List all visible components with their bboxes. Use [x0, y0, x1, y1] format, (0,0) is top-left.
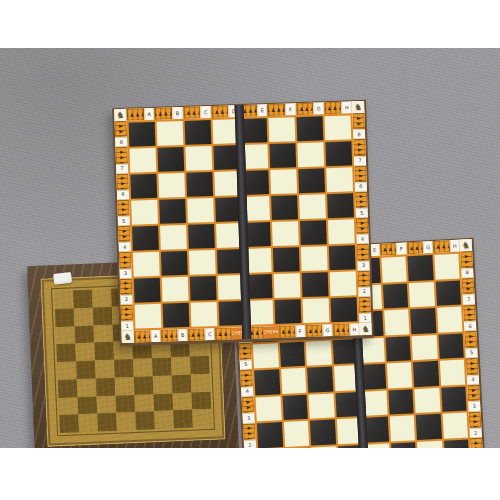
coordinate-cell: 1 — [121, 321, 133, 331]
coordinate-cell: G — [322, 324, 333, 336]
pawn-pattern-cell: ♟♟♟♟ — [188, 328, 205, 341]
corner-knight-icon: ♞ — [359, 323, 371, 335]
pawn-pattern-cell: ♟♟♟♟ — [161, 329, 178, 342]
board-square — [279, 341, 305, 367]
board-square — [191, 374, 211, 393]
pawn-icon-row: ♟♟♟♟ — [118, 121, 124, 138]
pawn-pattern-cell: ♟♟♟♟ — [469, 411, 482, 428]
coordinate-cell: 4 — [241, 386, 254, 397]
pawn-icon-row: ♟♟♟♟ — [211, 109, 229, 115]
coordinate-cell: 7 — [354, 155, 366, 165]
coordinate-cell: H — [349, 323, 360, 335]
pawn-icon-row: ♟♟♟♟ — [296, 106, 314, 112]
pawn-icon-row: ♟♟♟♟ — [471, 384, 477, 401]
board-square — [364, 443, 390, 448]
pawn-pattern-cell: ♟♟♟♟ — [242, 396, 255, 413]
corner-knight-icon: ♞ — [114, 109, 126, 121]
pawn-pattern-cell: ♟♟♟♟ — [118, 226, 131, 243]
pawn-pattern-cell: ♟♟♟♟ — [240, 370, 253, 387]
pawn-pattern-cell: ♟♟♟♟ — [357, 244, 370, 261]
pawn-icon-row: ♟♟♟♟ — [278, 329, 295, 335]
board-square — [285, 447, 311, 448]
pawn-icon-row: ♟♟♟♟ — [379, 246, 396, 252]
coordinate-cell: 3 — [119, 268, 131, 278]
pawn-icon-row: ♟♟♟♟ — [433, 243, 450, 249]
pawn-pattern-cell: ♟♟♟♟ — [359, 297, 372, 314]
board-square — [94, 342, 114, 361]
board-square — [172, 374, 192, 393]
chessboard-top-folding: ♞♟♟♟♟A♟♟♟♟B♟♟♟♟C♟♟♟♟D♟♟♟♟E♟♟♟♟F♟♟♟♟G♟♟♟♟… — [112, 100, 374, 346]
pawn-icon-row: ♟♟♟♟ — [121, 200, 127, 217]
coordinate-cell: F — [396, 242, 407, 255]
pawn-pattern-cell: ♟♟♟♟ — [119, 252, 132, 269]
board-square — [281, 368, 307, 394]
coordinate-cell: 2 — [244, 440, 257, 448]
pawn-pattern-cell: ♟♟♟♟ — [358, 270, 371, 287]
coordinate-cell: F — [295, 325, 306, 337]
pawn-pattern-cell: ♟♟♟♟ — [243, 423, 256, 440]
pawn-icon-row: ♟♟♟♟ — [359, 218, 365, 235]
board-square — [159, 199, 186, 224]
coordinate-cell: 3 — [357, 260, 369, 270]
coordinate-cell: 2 — [120, 295, 132, 305]
brand-cell: CHESS — [263, 326, 278, 338]
board-square — [134, 376, 154, 395]
board-square — [417, 440, 443, 448]
pawn-pattern-cell: ♟♟♟♟ — [433, 240, 450, 253]
board-square — [382, 283, 408, 309]
pawn-pattern-cell: ♟♟♟♟ — [296, 103, 314, 116]
pawn-icon-row: ♟♟♟♟ — [472, 411, 478, 428]
coordinate-cell: 8 — [353, 129, 365, 139]
board-square — [329, 245, 356, 270]
board-square — [131, 200, 158, 225]
pawn-pattern-cell: ♟♟♟♟ — [324, 102, 342, 115]
board-square — [152, 357, 172, 376]
pawn-icon-row: ♟♟♟♟ — [473, 438, 479, 448]
pawn-icon-row: ♟♟♟♟ — [357, 139, 363, 156]
board-square — [59, 397, 79, 416]
board-square — [301, 246, 328, 271]
coordinate-cell: 1 — [359, 313, 371, 323]
pawn-pattern-cell: ♟♟♟♟ — [355, 192, 368, 209]
pawn-pattern-cell: ♟♟♟♟ — [239, 343, 252, 360]
board-square — [135, 304, 162, 329]
board-square — [134, 394, 154, 413]
board-square — [331, 297, 358, 322]
corner-knight-icon: ♞ — [122, 331, 134, 343]
pawn-pattern-cell: ♟♟♟♟ — [115, 147, 128, 164]
board-square — [444, 439, 470, 448]
coordinate-cell: 2 — [469, 428, 482, 439]
pawn-icon-row: ♟♟♟♟ — [465, 278, 471, 295]
pawn-pattern-cell: ♟♟♟♟ — [117, 200, 130, 217]
pawn-pattern-cell: ♟♟♟♟ — [154, 107, 172, 120]
board-square — [97, 413, 117, 432]
board-square — [133, 252, 160, 277]
board-square — [134, 278, 161, 303]
board-square — [297, 116, 324, 141]
pawn-pattern-cell: ♟♟♟♟ — [353, 139, 366, 156]
board-square — [388, 389, 414, 415]
board-square — [189, 250, 216, 275]
board-square — [273, 247, 300, 272]
coordinate-cell: H — [341, 101, 352, 113]
board-square — [192, 409, 212, 428]
board-square — [132, 226, 159, 251]
board-square — [302, 272, 329, 297]
coordinate-cell: C — [200, 106, 211, 118]
carpet-background: ♞♟♟♟♟A♟♟♟♟B♟♟♟♟C♟♟♟♟D♟♟♟♟E♟♟♟♟F♟♟♟♟G♟♟♟♟… — [0, 48, 500, 448]
board-square — [57, 361, 77, 380]
pawn-icon-row: ♟♟♟♟ — [121, 226, 127, 243]
pawn-icon-row: ♟♟♟♟ — [123, 278, 129, 295]
pawn-pattern-cell: ♟♟♟♟ — [464, 331, 477, 348]
coordinate-cell: 7 — [116, 163, 128, 173]
coordinate-cell: 3 — [242, 413, 255, 424]
board-frame: ♞♟♟♟♟A♟♟♟♟B♟♟♟♟C♟♟♟♟D♟♟♟♟E♟♟♟♟F♟♟♟♟G♟♟♟♟… — [114, 101, 372, 343]
board-square — [96, 378, 116, 397]
pawn-pattern-cell: ♟♟♟♟ — [462, 278, 475, 295]
board-square — [97, 395, 117, 414]
board-square — [442, 412, 468, 438]
board-square — [269, 143, 296, 168]
pawn-icon-row: ♟♟♟♟ — [406, 245, 423, 251]
board-square — [326, 167, 353, 192]
pawn-pattern-cell: ♟♟♟♟ — [352, 113, 365, 130]
board-square — [115, 377, 135, 396]
pawn-icon-row: ♟♟♟♟ — [360, 244, 366, 261]
pawn-icon-row: ♟♟♟♟ — [243, 370, 249, 387]
board-square — [412, 334, 438, 360]
board-square — [162, 277, 189, 302]
pawn-pattern-cell: ♟♟♟♟ — [406, 241, 423, 254]
coordinate-cell: B — [177, 329, 188, 341]
board-square — [59, 415, 79, 434]
board-square — [172, 392, 192, 411]
board-square — [129, 122, 156, 147]
board-square — [171, 357, 191, 376]
board-square — [299, 194, 326, 219]
coordinate-cell: 5 — [240, 359, 253, 370]
coordinate-cell: B — [172, 107, 183, 119]
coordinate-cell: G — [423, 241, 434, 254]
board-square — [78, 414, 98, 433]
coordinate-cell: 5 — [118, 216, 130, 226]
pawn-pattern-cell: ♟♟♟♟ — [466, 358, 479, 375]
pawn-pattern-cell: ♟♟♟♟ — [215, 327, 232, 340]
coordinate-cell: 4 — [356, 234, 368, 244]
pawn-icon-row: ♟♟♟♟ — [466, 304, 472, 321]
board-square — [160, 225, 187, 250]
coordinate-cell: A — [150, 330, 161, 342]
coordinate-cell: A — [144, 108, 155, 120]
board-square — [158, 173, 185, 198]
board-square — [186, 172, 213, 197]
pawn-icon-row: ♟♟♟♟ — [356, 113, 362, 130]
pawn-pattern-cell: ♟♟♟♟ — [354, 165, 367, 182]
board-square — [191, 391, 211, 410]
coordinate-cell: G — [313, 102, 324, 114]
price-tag-sticker — [53, 272, 72, 285]
board-square — [413, 361, 439, 387]
board-square — [385, 336, 411, 362]
pawn-pattern-cell: ♟♟♟♟ — [121, 304, 134, 321]
board-square — [439, 360, 465, 386]
coordinate-cell: 8 — [461, 268, 474, 279]
coordinate-cell: F — [285, 103, 296, 115]
board-square — [270, 169, 297, 194]
pawn-icon-row: ♟♟♟♟ — [464, 251, 470, 268]
board-square — [92, 289, 112, 308]
board-square — [191, 302, 218, 327]
pawn-pattern-cell: ♟♟♟♟ — [120, 278, 133, 295]
board-square — [75, 325, 95, 344]
pawn-icon-row: ♟♟♟♟ — [122, 252, 128, 269]
board-square — [297, 142, 324, 167]
coordinate-cell: E — [257, 104, 268, 116]
pawn-icon-row: ♟♟♟♟ — [361, 270, 367, 287]
board-square — [56, 326, 76, 345]
board-square — [386, 362, 412, 388]
board-square — [256, 396, 282, 422]
coordinate-cell: C — [205, 328, 216, 340]
coordinate-cell: 3 — [468, 401, 481, 412]
pawn-pattern-cell: ♟♟♟♟ — [332, 324, 349, 337]
pawn-pattern-cell: ♟♟♟♟ — [467, 384, 480, 401]
pawn-icon-row: ♟♟♟♟ — [332, 327, 349, 333]
pawn-pattern-cell: ♟♟♟♟ — [116, 173, 129, 190]
pawn-icon-row: ♟♟♟♟ — [183, 110, 201, 116]
board-square — [254, 369, 280, 395]
pawn-icon-row: ♟♟♟♟ — [246, 423, 252, 440]
board-square — [308, 393, 334, 419]
board-square — [95, 360, 115, 379]
board-square — [407, 255, 433, 281]
board-square — [283, 421, 309, 447]
pawn-icon-row: ♟♟♟♟ — [324, 105, 342, 111]
board-square — [173, 410, 193, 429]
board-square — [114, 359, 134, 378]
pawn-icon-row: ♟♟♟♟ — [305, 328, 322, 334]
coordinate-cell: 8 — [115, 137, 127, 147]
board-square — [409, 282, 435, 308]
pawn-icon-row: ♟♟♟♟ — [242, 343, 248, 360]
pawn-pattern-cell: ♟♟♟♟ — [470, 438, 483, 448]
pawn-icon-row: ♟♟♟♟ — [124, 304, 130, 321]
board-square — [414, 387, 440, 413]
pawn-icon-row: ♟♟♟♟ — [245, 396, 251, 413]
board-square — [327, 193, 354, 218]
board-square — [310, 419, 336, 445]
coordinate-cell: 2 — [358, 287, 370, 297]
board-square — [306, 340, 332, 366]
pawn-pattern-cell: ♟♟♟♟ — [134, 330, 151, 343]
board-square — [416, 414, 442, 440]
board-square — [56, 344, 76, 363]
pawn-pattern-cell: ♟♟♟♟ — [460, 251, 473, 268]
pawn-icon-row: ♟♟♟♟ — [215, 331, 232, 337]
pawn-pattern-cell: ♟♟♟♟ — [126, 108, 144, 121]
board-square — [58, 379, 78, 398]
board-square — [307, 366, 333, 392]
coordinate-cell: 6 — [117, 190, 129, 200]
board-square — [275, 299, 302, 324]
board-square — [135, 411, 155, 430]
board-square — [76, 361, 96, 380]
board-square — [187, 198, 214, 223]
board-square — [78, 396, 98, 415]
board-square — [328, 219, 355, 244]
board-square — [163, 303, 190, 328]
board-square — [298, 168, 325, 193]
pawn-icon-row: ♟♟♟♟ — [188, 332, 205, 338]
board-square — [300, 220, 327, 245]
board-square — [269, 117, 296, 142]
coordinate-cell: H — [449, 240, 460, 253]
board-square — [325, 141, 352, 166]
board-square — [55, 308, 75, 327]
board-square — [437, 307, 463, 333]
coordinate-cell: 6 — [464, 321, 477, 332]
pawn-pattern-cell: ♟♟♟♟ — [463, 304, 476, 321]
board-square — [153, 375, 173, 394]
board-square — [282, 394, 308, 420]
pawn-pattern-cell: ♟♟♟♟ — [267, 104, 285, 117]
pawn-pattern-cell: ♟♟♟♟ — [115, 121, 128, 138]
board-square — [384, 309, 410, 335]
board-square — [391, 442, 417, 448]
board-square — [188, 224, 215, 249]
board-square — [389, 415, 415, 441]
board-square — [330, 271, 357, 296]
pawn-icon-row: ♟♟♟♟ — [161, 333, 178, 339]
board-square — [441, 386, 467, 412]
board-square — [185, 146, 212, 171]
pawn-icon-row: ♟♟♟♟ — [119, 147, 125, 164]
pawn-icon-row: ♟♟♟♟ — [468, 331, 474, 348]
pawn-icon-row: ♟♟♟♟ — [120, 173, 126, 190]
board-square — [161, 251, 188, 276]
board-square — [303, 298, 330, 323]
board-square — [116, 412, 136, 431]
board-square — [74, 307, 94, 326]
pawn-pattern-cell: ♟♟♟♟ — [211, 105, 229, 118]
pawn-icon-row: ♟♟♟♟ — [154, 111, 172, 117]
board-square — [129, 148, 156, 173]
pawn-icon-row: ♟♟♟♟ — [358, 165, 364, 182]
board-square — [381, 256, 407, 282]
board-square — [253, 343, 279, 369]
pawn-icon-row: ♟♟♟♟ — [362, 297, 368, 314]
pawn-pattern-cell: ♟♟♟♟ — [278, 325, 295, 338]
pawn-pattern-cell: ♟♟♟♟ — [356, 218, 369, 235]
board-square — [93, 307, 113, 326]
coordinate-cell: 4 — [119, 242, 131, 252]
board-square — [434, 254, 460, 280]
coordinate-cell: 5 — [356, 208, 368, 218]
board-square — [73, 290, 93, 309]
board-square — [185, 120, 212, 145]
board-square — [274, 273, 301, 298]
board-square — [272, 221, 299, 246]
board-square — [190, 276, 217, 301]
coordinate-cell: 6 — [355, 182, 367, 192]
pawn-icon-row: ♟♟♟♟ — [126, 112, 144, 118]
board-square — [130, 174, 157, 199]
coordinate-cell: 4 — [467, 374, 480, 385]
pawn-pattern-cell: ♟♟♟♟ — [305, 324, 322, 337]
board-square — [153, 393, 173, 412]
pawn-pattern-cell: ♟♟♟♟ — [379, 243, 396, 256]
board-square — [435, 280, 461, 306]
pawn-icon-row: ♟♟♟♟ — [358, 192, 364, 209]
pawn-icon-row: ♟♟♟♟ — [267, 107, 285, 113]
pawn-icon-row: ♟♟♟♟ — [469, 358, 475, 375]
board-square — [157, 147, 184, 172]
auction-photo-page: { "game": "chess", "position": "8/8/8/8/… — [0, 0, 500, 500]
board-square — [257, 422, 283, 448]
board-square — [157, 121, 184, 146]
board-square — [154, 411, 174, 430]
board-square — [75, 343, 95, 362]
board-square — [410, 308, 436, 334]
board-square — [190, 356, 210, 375]
board-square — [311, 446, 337, 448]
board-square — [438, 333, 464, 359]
board-square — [325, 115, 352, 140]
pawn-icon-row: ♟♟♟♟ — [134, 334, 151, 340]
board-square — [94, 324, 114, 343]
board-square — [133, 358, 153, 377]
board-square — [116, 394, 136, 413]
corner-knight-icon: ♞ — [460, 239, 473, 252]
board-square — [77, 378, 97, 397]
pawn-pattern-cell: ♟♟♟♟ — [183, 106, 201, 119]
corner-knight-icon: ♞ — [352, 101, 364, 113]
board-square — [54, 290, 74, 309]
coordinate-cell: 7 — [462, 294, 475, 305]
coordinate-cell: 5 — [465, 348, 478, 359]
board-square — [271, 195, 298, 220]
